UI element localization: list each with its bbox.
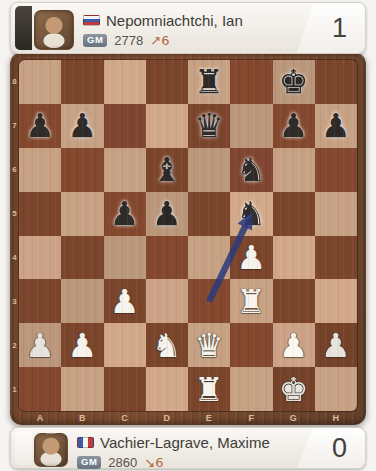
- square-d5[interactable]: ♟: [146, 192, 188, 236]
- rank-label-3: 3: [10, 279, 19, 323]
- rank-label-1: 1: [10, 367, 19, 411]
- square-c8[interactable]: [104, 60, 146, 104]
- square-f1[interactable]: [230, 367, 272, 411]
- white-pawn[interactable]: ♟: [315, 323, 357, 367]
- russia-flag-icon: [83, 15, 100, 26]
- square-d3[interactable]: [146, 279, 188, 323]
- square-f6[interactable]: ♞: [230, 148, 272, 192]
- square-e6[interactable]: [188, 148, 230, 192]
- match-score-top: 1: [332, 13, 347, 44]
- board-grid: ♜♚♟♟♛♟♟♝♞♟♟♞♟♟♜♟♟♞♛♟♟♜♚: [19, 60, 357, 411]
- square-b6[interactable]: [61, 148, 103, 192]
- square-e5[interactable]: [188, 192, 230, 236]
- rank-label-4: 4: [10, 236, 19, 280]
- square-a6[interactable]: [19, 148, 61, 192]
- trend-up-arrow-icon: ↗: [150, 33, 161, 48]
- player-name: Nepomniachtchi, Ian: [106, 12, 243, 29]
- rating-trend-down: ↘6: [144, 455, 163, 470]
- file-label-d: D: [146, 411, 188, 424]
- player-card-bottom: Vachier-Lagrave, Maxime GM 2860 ↘6 0: [10, 427, 366, 469]
- square-b1[interactable]: [61, 367, 103, 411]
- score-section: 1: [293, 3, 365, 53]
- rank-label-8: 8: [10, 60, 19, 104]
- square-e7[interactable]: ♛: [188, 104, 230, 148]
- white-pawn[interactable]: ♟: [104, 279, 146, 323]
- player-card-top: Nepomniachtchi, Ian GM 2778 ↗6 1: [10, 2, 366, 54]
- rank-label-6: 6: [10, 148, 19, 192]
- square-b5[interactable]: [61, 192, 103, 236]
- white-knight[interactable]: ♞: [146, 323, 188, 367]
- white-queen[interactable]: ♛: [188, 323, 230, 367]
- square-a1[interactable]: [19, 367, 61, 411]
- square-c3[interactable]: ♟: [104, 279, 146, 323]
- square-c6[interactable]: [104, 148, 146, 192]
- square-d8[interactable]: [146, 60, 188, 104]
- square-h1[interactable]: [315, 367, 357, 411]
- file-label-g: G: [273, 411, 315, 424]
- file-label-a: A: [19, 411, 61, 424]
- square-h4[interactable]: [315, 236, 357, 280]
- square-d6[interactable]: ♝: [146, 148, 188, 192]
- square-a4[interactable]: [19, 236, 61, 280]
- white-rook[interactable]: ♜: [230, 279, 272, 323]
- player-rating: 2778: [114, 33, 143, 48]
- square-b3[interactable]: [61, 279, 103, 323]
- france-flag-icon: [77, 437, 94, 448]
- square-a7[interactable]: ♟: [19, 104, 61, 148]
- file-label-e: E: [188, 411, 230, 424]
- white-color-indicator: [15, 431, 32, 465]
- player-name: Vachier-Lagrave, Maxime: [100, 434, 270, 451]
- square-c1[interactable]: [104, 367, 146, 411]
- square-a5[interactable]: [19, 192, 61, 236]
- black-pawn[interactable]: ♟: [315, 104, 357, 148]
- square-h6[interactable]: [315, 148, 357, 192]
- gm-title-badge: GM: [77, 456, 101, 469]
- black-pawn[interactable]: ♟: [19, 104, 61, 148]
- square-g1[interactable]: ♚: [273, 367, 315, 411]
- square-g7[interactable]: ♟: [273, 104, 315, 148]
- black-color-indicator: [15, 6, 32, 50]
- square-g8[interactable]: ♚: [273, 60, 315, 104]
- gm-title-badge: GM: [83, 34, 107, 47]
- square-b7[interactable]: ♟: [61, 104, 103, 148]
- rating-trend-up: ↗6: [150, 33, 169, 48]
- square-h7[interactable]: ♟: [315, 104, 357, 148]
- white-pawn[interactable]: ♟: [19, 323, 61, 367]
- square-c5[interactable]: ♟: [104, 192, 146, 236]
- player-avatar: [34, 433, 68, 467]
- square-f8[interactable]: [230, 60, 272, 104]
- square-e1[interactable]: ♜: [188, 367, 230, 411]
- rank-label-5: 5: [10, 192, 19, 236]
- black-pawn[interactable]: ♟: [146, 192, 188, 236]
- square-d7[interactable]: [146, 104, 188, 148]
- white-pawn[interactable]: ♟: [273, 323, 315, 367]
- square-g3[interactable]: [273, 279, 315, 323]
- square-h2[interactable]: ♟: [315, 323, 357, 367]
- square-e4[interactable]: [188, 236, 230, 280]
- square-f2[interactable]: [230, 323, 272, 367]
- white-rook[interactable]: ♜: [188, 367, 230, 411]
- square-d4[interactable]: [146, 236, 188, 280]
- black-knight[interactable]: ♞: [230, 192, 272, 236]
- square-a2[interactable]: ♟: [19, 323, 61, 367]
- rank-label-7: 7: [10, 104, 19, 148]
- square-f5[interactable]: ♞: [230, 192, 272, 236]
- player-rating: 2860: [108, 455, 137, 470]
- file-labels: ABCDEFGH: [19, 411, 357, 424]
- white-king[interactable]: ♚: [273, 367, 315, 411]
- square-h3[interactable]: [315, 279, 357, 323]
- square-g6[interactable]: [273, 148, 315, 192]
- square-f4[interactable]: ♟: [230, 236, 272, 280]
- black-king[interactable]: ♚: [273, 60, 315, 104]
- black-rook[interactable]: ♜: [188, 60, 230, 104]
- black-queen[interactable]: ♛: [188, 104, 230, 148]
- square-b2[interactable]: ♟: [61, 323, 103, 367]
- square-d1[interactable]: [146, 367, 188, 411]
- file-label-f: F: [230, 411, 272, 424]
- file-label-b: B: [61, 411, 103, 424]
- black-bishop[interactable]: ♝: [146, 148, 188, 192]
- chess-board: ♜♚♟♟♛♟♟♝♞♟♟♞♟♟♜♟♟♞♛♟♟♜♚ 87654321 ABCDEFG…: [10, 52, 366, 425]
- square-a3[interactable]: [19, 279, 61, 323]
- square-f3[interactable]: ♜: [230, 279, 272, 323]
- square-g4[interactable]: [273, 236, 315, 280]
- square-c7[interactable]: [104, 104, 146, 148]
- square-d2[interactable]: ♞: [146, 323, 188, 367]
- square-a8[interactable]: [19, 60, 61, 104]
- square-e2[interactable]: ♛: [188, 323, 230, 367]
- black-pawn[interactable]: ♟: [273, 104, 315, 148]
- file-label-h: H: [315, 411, 357, 424]
- square-b4[interactable]: [61, 236, 103, 280]
- rank-labels: 87654321: [10, 60, 19, 411]
- white-pawn[interactable]: ♟: [230, 236, 272, 280]
- square-h5[interactable]: [315, 192, 357, 236]
- match-score-bottom: 0: [332, 433, 347, 464]
- square-e8[interactable]: ♜: [188, 60, 230, 104]
- white-pawn[interactable]: ♟: [61, 323, 103, 367]
- black-pawn[interactable]: ♟: [104, 192, 146, 236]
- black-pawn[interactable]: ♟: [61, 104, 103, 148]
- square-e3[interactable]: [188, 279, 230, 323]
- square-c4[interactable]: [104, 236, 146, 280]
- square-c2[interactable]: [104, 323, 146, 367]
- square-b8[interactable]: [61, 60, 103, 104]
- file-label-c: C: [104, 411, 146, 424]
- square-g5[interactable]: [273, 192, 315, 236]
- square-g2[interactable]: ♟: [273, 323, 315, 367]
- black-knight[interactable]: ♞: [230, 148, 272, 192]
- rank-label-2: 2: [10, 323, 19, 367]
- square-h8[interactable]: [315, 60, 357, 104]
- square-f7[interactable]: [230, 104, 272, 148]
- player-avatar: [34, 10, 74, 50]
- score-section: 0: [293, 428, 365, 468]
- trend-down-arrow-icon: ↘: [144, 455, 155, 470]
